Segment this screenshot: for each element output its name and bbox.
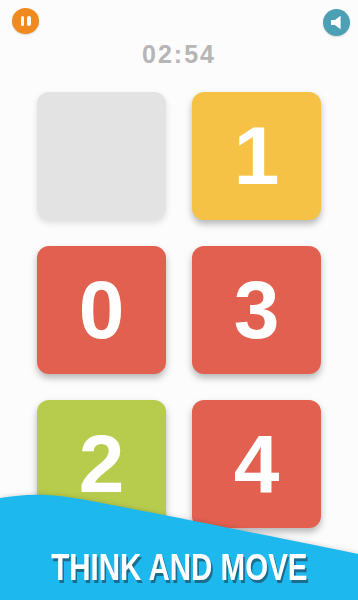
tile-3-r2c2[interactable]: 3 [192, 246, 321, 374]
tile-empty-r1c1[interactable] [37, 92, 166, 220]
pause-icon [21, 16, 31, 26]
tagline: THINK AND MOVE [0, 546, 358, 590]
pause-button[interactable] [12, 8, 39, 34]
tile-0-r2c1[interactable]: 0 [37, 246, 166, 374]
tile-1-r1c2[interactable]: 1 [192, 92, 321, 220]
speaker-icon [331, 16, 344, 30]
puzzle-board: 1 0 3 2 4 [37, 92, 321, 528]
sound-button[interactable] [323, 9, 350, 36]
game-screen: 02:54 1 0 3 2 4 THINK AND MOVE [0, 0, 358, 600]
timer: 02:54 [0, 40, 358, 69]
tagline-text: THINK AND MOVE [51, 546, 307, 590]
